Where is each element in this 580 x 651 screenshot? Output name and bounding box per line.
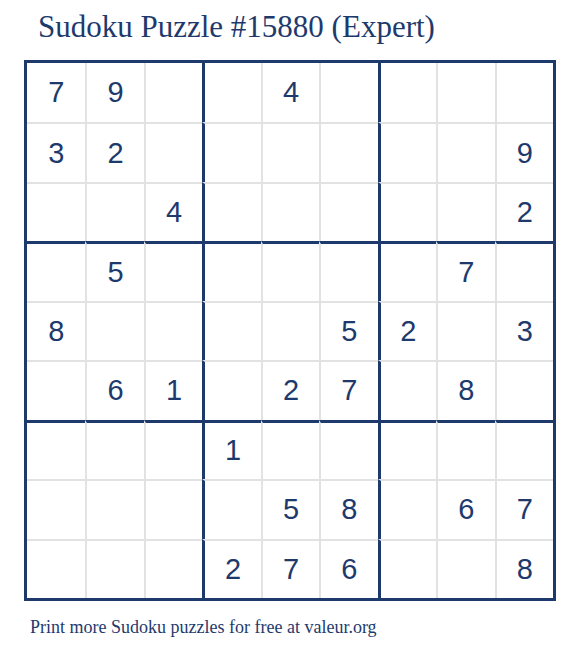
cell-r3c6-empty[interactable] <box>319 182 377 241</box>
cell-r2c8-empty[interactable] <box>436 122 494 181</box>
cell-r8c5-given[interactable]: 5 <box>261 479 319 538</box>
cell-r5c5-empty[interactable] <box>261 301 319 360</box>
cell-r4c5-empty[interactable] <box>261 241 319 300</box>
cell-r6c4-empty[interactable] <box>202 360 260 419</box>
cell-r8c6-given[interactable]: 8 <box>319 479 377 538</box>
cell-r5c4-empty[interactable] <box>202 301 260 360</box>
cell-r7c3-empty[interactable] <box>144 420 202 479</box>
cell-r7c4-given[interactable]: 1 <box>202 420 260 479</box>
cell-r5c7-given[interactable]: 2 <box>378 301 436 360</box>
cell-r5c1-given[interactable]: 8 <box>27 301 85 360</box>
cell-r3c9-given[interactable]: 2 <box>495 182 553 241</box>
cell-r4c4-empty[interactable] <box>202 241 260 300</box>
cell-r5c3-empty[interactable] <box>144 301 202 360</box>
cell-r2c3-empty[interactable] <box>144 122 202 181</box>
cell-r1c2-given[interactable]: 9 <box>85 63 143 122</box>
cell-r9c4-given[interactable]: 2 <box>202 539 260 598</box>
cell-r9c5-given[interactable]: 7 <box>261 539 319 598</box>
cell-r1c7-empty[interactable] <box>378 63 436 122</box>
sudoku-board: 7943294257852361278158672768 <box>24 60 556 601</box>
cell-r8c9-given[interactable]: 7 <box>495 479 553 538</box>
cell-r1c9-empty[interactable] <box>495 63 553 122</box>
cell-r6c9-empty[interactable] <box>495 360 553 419</box>
cell-r7c1-empty[interactable] <box>27 420 85 479</box>
cell-r9c3-empty[interactable] <box>144 539 202 598</box>
footer-text: Print more Sudoku puzzles for free at va… <box>30 617 377 638</box>
cell-r1c3-empty[interactable] <box>144 63 202 122</box>
cell-r9c7-empty[interactable] <box>378 539 436 598</box>
page: Sudoku Puzzle #15880 (Expert) 7943294257… <box>0 0 580 651</box>
cell-r2c7-empty[interactable] <box>378 122 436 181</box>
cell-r8c3-empty[interactable] <box>144 479 202 538</box>
cell-r6c2-given[interactable]: 6 <box>85 360 143 419</box>
cell-r8c7-empty[interactable] <box>378 479 436 538</box>
cell-r9c2-empty[interactable] <box>85 539 143 598</box>
page-title: Sudoku Puzzle #15880 (Expert) <box>38 9 435 45</box>
cell-r6c3-given[interactable]: 1 <box>144 360 202 419</box>
cell-r1c5-given[interactable]: 4 <box>261 63 319 122</box>
cell-r2c1-given[interactable]: 3 <box>27 122 85 181</box>
cell-r7c7-empty[interactable] <box>378 420 436 479</box>
cell-r2c4-empty[interactable] <box>202 122 260 181</box>
cell-r2c2-given[interactable]: 2 <box>85 122 143 181</box>
cell-r7c5-empty[interactable] <box>261 420 319 479</box>
cell-r7c2-empty[interactable] <box>85 420 143 479</box>
cell-r8c4-empty[interactable] <box>202 479 260 538</box>
cell-r7c6-empty[interactable] <box>319 420 377 479</box>
cell-r6c1-empty[interactable] <box>27 360 85 419</box>
cell-r2c6-empty[interactable] <box>319 122 377 181</box>
cell-r4c2-given[interactable]: 5 <box>85 241 143 300</box>
cell-r6c8-given[interactable]: 8 <box>436 360 494 419</box>
cell-r4c3-empty[interactable] <box>144 241 202 300</box>
cell-r8c2-empty[interactable] <box>85 479 143 538</box>
cell-r7c9-empty[interactable] <box>495 420 553 479</box>
cell-r9c1-empty[interactable] <box>27 539 85 598</box>
cell-r5c2-empty[interactable] <box>85 301 143 360</box>
cell-r3c5-empty[interactable] <box>261 182 319 241</box>
cell-r8c1-empty[interactable] <box>27 479 85 538</box>
cell-r1c6-empty[interactable] <box>319 63 377 122</box>
cell-r4c8-given[interactable]: 7 <box>436 241 494 300</box>
cell-r9c8-empty[interactable] <box>436 539 494 598</box>
cell-r3c8-empty[interactable] <box>436 182 494 241</box>
cell-r6c5-given[interactable]: 2 <box>261 360 319 419</box>
cell-r2c5-empty[interactable] <box>261 122 319 181</box>
cell-r5c8-empty[interactable] <box>436 301 494 360</box>
cell-r6c6-given[interactable]: 7 <box>319 360 377 419</box>
cell-r9c6-given[interactable]: 6 <box>319 539 377 598</box>
cell-r5c9-given[interactable]: 3 <box>495 301 553 360</box>
cell-r4c1-empty[interactable] <box>27 241 85 300</box>
cell-r4c9-empty[interactable] <box>495 241 553 300</box>
cell-r7c8-empty[interactable] <box>436 420 494 479</box>
cell-r1c4-empty[interactable] <box>202 63 260 122</box>
cell-r3c2-empty[interactable] <box>85 182 143 241</box>
cell-r5c6-given[interactable]: 5 <box>319 301 377 360</box>
cell-r1c1-given[interactable]: 7 <box>27 63 85 122</box>
cell-r4c6-empty[interactable] <box>319 241 377 300</box>
cell-r1c8-empty[interactable] <box>436 63 494 122</box>
cell-r2c9-given[interactable]: 9 <box>495 122 553 181</box>
cell-r8c8-given[interactable]: 6 <box>436 479 494 538</box>
cell-r6c7-empty[interactable] <box>378 360 436 419</box>
cell-r3c1-empty[interactable] <box>27 182 85 241</box>
cell-r9c9-given[interactable]: 8 <box>495 539 553 598</box>
cell-r3c3-given[interactable]: 4 <box>144 182 202 241</box>
cell-r3c4-empty[interactable] <box>202 182 260 241</box>
cell-r4c7-empty[interactable] <box>378 241 436 300</box>
cell-r3c7-empty[interactable] <box>378 182 436 241</box>
